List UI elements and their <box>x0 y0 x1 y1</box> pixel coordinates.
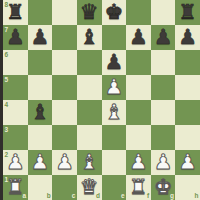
square-h7[interactable]: ♟ <box>175 25 200 50</box>
square-c6[interactable] <box>52 50 77 75</box>
piece-black-bishop-d7[interactable]: ♝ <box>80 25 99 50</box>
rank-label-6: 6 <box>5 52 9 59</box>
square-h3[interactable] <box>175 125 200 150</box>
file-label-c: c <box>72 193 76 200</box>
square-g3[interactable] <box>151 125 176 150</box>
square-b6[interactable] <box>28 50 53 75</box>
square-h2[interactable]: ♟ <box>175 150 200 175</box>
piece-white-rook-a1[interactable]: ♜ <box>6 175 25 200</box>
rank-label-5: 5 <box>5 77 9 84</box>
square-b4[interactable]: ♝ <box>28 100 53 125</box>
piece-black-rook-a8[interactable]: ♜ <box>6 0 25 25</box>
square-d3[interactable] <box>77 125 102 150</box>
square-g7[interactable]: ♟ <box>151 25 176 50</box>
piece-black-queen-d8[interactable]: ♛ <box>80 0 99 25</box>
square-c3[interactable] <box>52 125 77 150</box>
piece-white-pawn-e5[interactable]: ♟ <box>104 75 123 100</box>
square-f7[interactable]: ♟ <box>126 25 151 50</box>
chess-app-screenshot: 8♜♛♚♜7♟♟♝♟♟♟6♟5♟4♝♝32♟♟♟♝♟♟♟1a♜bcd♛ef♜g♚… <box>0 0 200 200</box>
square-g8[interactable] <box>151 0 176 25</box>
piece-white-king-g1[interactable]: ♚ <box>154 175 173 200</box>
piece-black-pawn-b7[interactable]: ♟ <box>31 25 50 50</box>
square-d7[interactable]: ♝ <box>77 25 102 50</box>
square-e8[interactable]: ♚ <box>102 0 127 25</box>
square-f1[interactable]: f♜ <box>126 175 151 200</box>
square-g5[interactable] <box>151 75 176 100</box>
rank-label-3: 3 <box>5 127 9 134</box>
piece-black-pawn-e6[interactable]: ♟ <box>104 50 123 75</box>
piece-black-king-e8[interactable]: ♚ <box>104 0 123 25</box>
square-e1[interactable]: e <box>102 175 127 200</box>
square-e2[interactable] <box>102 150 127 175</box>
square-a7[interactable]: 7♟ <box>3 25 28 50</box>
square-c1[interactable]: c <box>52 175 77 200</box>
piece-black-pawn-h7[interactable]: ♟ <box>178 25 197 50</box>
piece-white-pawn-b2[interactable]: ♟ <box>31 150 50 175</box>
square-a5[interactable]: 5 <box>3 75 28 100</box>
piece-white-pawn-h2[interactable]: ♟ <box>178 150 197 175</box>
piece-white-bishop-d2[interactable]: ♝ <box>80 150 99 175</box>
square-f4[interactable] <box>126 100 151 125</box>
square-e7[interactable] <box>102 25 127 50</box>
chess-board[interactable]: 8♜♛♚♜7♟♟♝♟♟♟6♟5♟4♝♝32♟♟♟♝♟♟♟1a♜bcd♛ef♜g♚… <box>3 0 200 200</box>
square-f5[interactable] <box>126 75 151 100</box>
piece-black-pawn-a7[interactable]: ♟ <box>6 25 25 50</box>
square-a4[interactable]: 4 <box>3 100 28 125</box>
square-d4[interactable] <box>77 100 102 125</box>
square-h1[interactable]: h <box>175 175 200 200</box>
piece-white-rook-f1[interactable]: ♜ <box>129 175 148 200</box>
square-h4[interactable] <box>175 100 200 125</box>
square-d2[interactable]: ♝ <box>77 150 102 175</box>
square-b1[interactable]: b <box>28 175 53 200</box>
square-b8[interactable] <box>28 0 53 25</box>
piece-white-queen-d1[interactable]: ♛ <box>80 175 99 200</box>
piece-black-rook-h8[interactable]: ♜ <box>178 0 197 25</box>
square-a2[interactable]: 2♟ <box>3 150 28 175</box>
square-c7[interactable] <box>52 25 77 50</box>
piece-black-bishop-b4[interactable]: ♝ <box>31 100 50 125</box>
square-h8[interactable]: ♜ <box>175 0 200 25</box>
square-f8[interactable] <box>126 0 151 25</box>
square-e5[interactable]: ♟ <box>102 75 127 100</box>
square-g1[interactable]: g♚ <box>151 175 176 200</box>
file-label-h: h <box>195 193 199 200</box>
piece-white-bishop-e4[interactable]: ♝ <box>104 100 123 125</box>
square-g2[interactable]: ♟ <box>151 150 176 175</box>
piece-white-pawn-f2[interactable]: ♟ <box>129 150 148 175</box>
rank-label-4: 4 <box>5 102 9 109</box>
square-a1[interactable]: 1a♜ <box>3 175 28 200</box>
piece-black-pawn-f7[interactable]: ♟ <box>129 25 148 50</box>
square-c8[interactable] <box>52 0 77 25</box>
square-e4[interactable]: ♝ <box>102 100 127 125</box>
square-c2[interactable]: ♟ <box>52 150 77 175</box>
square-f3[interactable] <box>126 125 151 150</box>
square-e3[interactable] <box>102 125 127 150</box>
square-c5[interactable] <box>52 75 77 100</box>
piece-white-pawn-g2[interactable]: ♟ <box>154 150 173 175</box>
square-f2[interactable]: ♟ <box>126 150 151 175</box>
square-d5[interactable] <box>77 75 102 100</box>
square-b3[interactable] <box>28 125 53 150</box>
square-b7[interactable]: ♟ <box>28 25 53 50</box>
square-b5[interactable] <box>28 75 53 100</box>
square-g4[interactable] <box>151 100 176 125</box>
piece-white-pawn-a2[interactable]: ♟ <box>6 150 25 175</box>
square-d6[interactable] <box>77 50 102 75</box>
square-h5[interactable] <box>175 75 200 100</box>
square-g6[interactable] <box>151 50 176 75</box>
square-a6[interactable]: 6 <box>3 50 28 75</box>
file-label-e: e <box>121 193 125 200</box>
square-b2[interactable]: ♟ <box>28 150 53 175</box>
file-label-b: b <box>47 193 51 200</box>
square-d8[interactable]: ♛ <box>77 0 102 25</box>
piece-black-pawn-g7[interactable]: ♟ <box>154 25 173 50</box>
square-h6[interactable] <box>175 50 200 75</box>
square-a8[interactable]: 8♜ <box>3 0 28 25</box>
piece-white-pawn-c2[interactable]: ♟ <box>55 150 74 175</box>
square-d1[interactable]: d♛ <box>77 175 102 200</box>
square-a3[interactable]: 3 <box>3 125 28 150</box>
square-c4[interactable] <box>52 100 77 125</box>
square-f6[interactable] <box>126 50 151 75</box>
square-e6[interactable]: ♟ <box>102 50 127 75</box>
